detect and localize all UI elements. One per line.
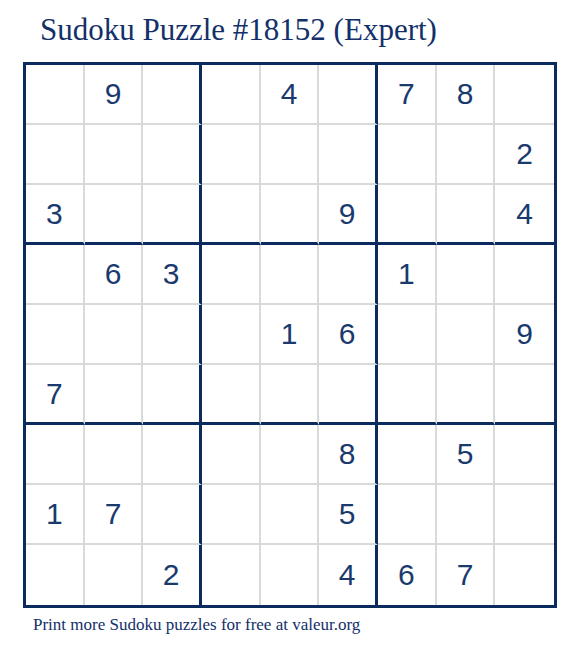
sudoku-cell-r1c7[interactable]: 7 [378,65,437,125]
sudoku-cell-r2c4[interactable] [202,125,261,185]
sudoku-cell-r4c4[interactable] [202,245,261,305]
sudoku-cell-r3c6[interactable]: 9 [319,185,378,245]
sudoku-cell-r1c9[interactable] [495,65,554,125]
sudoku-cell-r3c7[interactable] [378,185,437,245]
sudoku-cell-r4c3[interactable]: 3 [143,245,202,305]
sudoku-cell-r1c5[interactable]: 4 [261,65,320,125]
sudoku-cell-r7c6[interactable]: 8 [319,425,378,485]
sudoku-cell-r7c4[interactable] [202,425,261,485]
sudoku-cell-r4c7[interactable]: 1 [378,245,437,305]
sudoku-cell-r9c3[interactable]: 2 [143,545,202,605]
sudoku-cell-r1c2[interactable]: 9 [85,65,144,125]
sudoku-cell-r6c7[interactable] [378,365,437,425]
sudoku-cell-r4c2[interactable]: 6 [85,245,144,305]
sudoku-cell-r4c9[interactable] [495,245,554,305]
sudoku-cell-r8c8[interactable] [437,485,496,545]
page-title: Sudoku Puzzle #18152 (Expert) [40,12,437,48]
sudoku-cell-r9c8[interactable]: 7 [437,545,496,605]
sudoku-cell-r5c6[interactable]: 6 [319,305,378,365]
sudoku-cell-r4c6[interactable] [319,245,378,305]
sudoku-cell-r1c1[interactable] [26,65,85,125]
sudoku-cell-r9c2[interactable] [85,545,144,605]
sudoku-cell-r6c3[interactable] [143,365,202,425]
sudoku-cell-r7c2[interactable] [85,425,144,485]
sudoku-cell-r5c2[interactable] [85,305,144,365]
sudoku-cell-r5c5[interactable]: 1 [261,305,320,365]
sudoku-cell-r5c1[interactable] [26,305,85,365]
sudoku-cell-r9c7[interactable]: 6 [378,545,437,605]
sudoku-cell-r2c3[interactable] [143,125,202,185]
sudoku-cell-r4c5[interactable] [261,245,320,305]
sudoku-cell-r7c7[interactable] [378,425,437,485]
sudoku-cell-r5c9[interactable]: 9 [495,305,554,365]
sudoku-cell-r6c2[interactable] [85,365,144,425]
sudoku-cell-r7c8[interactable]: 5 [437,425,496,485]
sudoku-cell-r3c3[interactable] [143,185,202,245]
sudoku-cell-r8c2[interactable]: 7 [85,485,144,545]
footer-text: Print more Sudoku puzzles for free at va… [33,615,360,635]
sudoku-cell-r6c1[interactable]: 7 [26,365,85,425]
sudoku-cell-r8c1[interactable]: 1 [26,485,85,545]
sudoku-cell-r3c5[interactable] [261,185,320,245]
sudoku-cell-r7c3[interactable] [143,425,202,485]
sudoku-cell-r8c5[interactable] [261,485,320,545]
sudoku-cell-r6c9[interactable] [495,365,554,425]
sudoku-cell-r6c6[interactable] [319,365,378,425]
sudoku-cell-r1c8[interactable]: 8 [437,65,496,125]
sudoku-cell-r9c4[interactable] [202,545,261,605]
sudoku-cell-r2c6[interactable] [319,125,378,185]
sudoku-cell-r2c8[interactable] [437,125,496,185]
sudoku-cell-r8c3[interactable] [143,485,202,545]
sudoku-cell-r3c2[interactable] [85,185,144,245]
sudoku-cell-r9c5[interactable] [261,545,320,605]
sudoku-cell-r8c7[interactable] [378,485,437,545]
sudoku-cell-r6c8[interactable] [437,365,496,425]
sudoku-cell-r2c9[interactable]: 2 [495,125,554,185]
sudoku-cell-r7c1[interactable] [26,425,85,485]
sudoku-cell-r8c6[interactable]: 5 [319,485,378,545]
sudoku-cell-r9c6[interactable]: 4 [319,545,378,605]
sudoku-cell-r5c8[interactable] [437,305,496,365]
sudoku-cell-r3c8[interactable] [437,185,496,245]
sudoku-cell-r7c5[interactable] [261,425,320,485]
sudoku-cell-r1c4[interactable] [202,65,261,125]
sudoku-cell-r6c5[interactable] [261,365,320,425]
sudoku-grid: 947823946311697851752467 [23,62,557,608]
sudoku-cell-r4c8[interactable] [437,245,496,305]
sudoku-cell-r5c4[interactable] [202,305,261,365]
sudoku-cell-r7c9[interactable] [495,425,554,485]
sudoku-cell-r4c1[interactable] [26,245,85,305]
sudoku-page: Sudoku Puzzle #18152 (Expert) 9478239463… [0,0,580,651]
sudoku-cell-r5c7[interactable] [378,305,437,365]
sudoku-cell-r5c3[interactable] [143,305,202,365]
sudoku-cell-r3c1[interactable]: 3 [26,185,85,245]
sudoku-cell-r8c4[interactable] [202,485,261,545]
sudoku-cell-r2c1[interactable] [26,125,85,185]
sudoku-cell-r1c3[interactable] [143,65,202,125]
sudoku-cell-r3c4[interactable] [202,185,261,245]
sudoku-cell-r6c4[interactable] [202,365,261,425]
sudoku-cell-r9c1[interactable] [26,545,85,605]
sudoku-cell-r2c5[interactable] [261,125,320,185]
sudoku-cell-r3c9[interactable]: 4 [495,185,554,245]
sudoku-cell-r9c9[interactable] [495,545,554,605]
sudoku-cell-r2c7[interactable] [378,125,437,185]
sudoku-cell-r1c6[interactable] [319,65,378,125]
sudoku-cell-r2c2[interactable] [85,125,144,185]
sudoku-cell-r8c9[interactable] [495,485,554,545]
